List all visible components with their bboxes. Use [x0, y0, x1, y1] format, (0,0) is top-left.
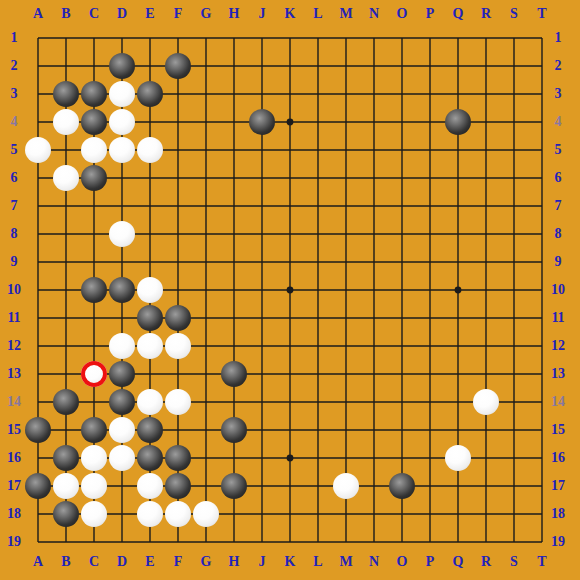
- coord-label-row-left-4: 4: [11, 115, 18, 129]
- black-stone-E15: [137, 417, 163, 443]
- black-stone-O17: [389, 473, 415, 499]
- coord-label-col-top-E: E: [145, 7, 154, 21]
- white-stone-M17: [333, 473, 359, 499]
- black-stone-B3: [53, 81, 79, 107]
- coord-label-col-top-J: J: [259, 7, 266, 21]
- black-stone-H17: [221, 473, 247, 499]
- coord-label-row-left-16: 16: [7, 451, 21, 465]
- coord-label-row-right-2: 2: [555, 59, 562, 73]
- white-stone-R14: [473, 389, 499, 415]
- white-stone-F14: [165, 389, 191, 415]
- white-stone-D3: [109, 81, 135, 107]
- coord-label-col-bottom-B: B: [61, 555, 70, 569]
- coord-label-row-right-16: 16: [551, 451, 565, 465]
- white-stone-B4: [53, 109, 79, 135]
- coord-label-col-bottom-H: H: [229, 555, 240, 569]
- coord-label-col-top-F: F: [174, 7, 183, 21]
- white-stone-E10: [137, 277, 163, 303]
- black-stone-B14: [53, 389, 79, 415]
- black-stone-D13: [109, 361, 135, 387]
- coord-label-col-bottom-O: O: [397, 555, 408, 569]
- coord-label-col-bottom-D: D: [117, 555, 127, 569]
- black-stone-A15: [25, 417, 51, 443]
- coord-label-col-top-M: M: [339, 7, 352, 21]
- black-stone-F17: [165, 473, 191, 499]
- black-stone-C15: [81, 417, 107, 443]
- coord-label-row-right-12: 12: [551, 339, 565, 353]
- coord-label-row-right-3: 3: [555, 87, 562, 101]
- coord-label-row-right-19: 19: [551, 535, 565, 549]
- coord-label-col-bottom-F: F: [174, 555, 183, 569]
- coord-label-row-right-5: 5: [555, 143, 562, 157]
- coord-label-row-left-14: 14: [7, 395, 21, 409]
- coord-label-col-bottom-C: C: [89, 555, 99, 569]
- white-stone-E12: [137, 333, 163, 359]
- coord-label-row-right-9: 9: [555, 255, 562, 269]
- white-stone-G18: [193, 501, 219, 527]
- star-point-K16: [287, 455, 294, 462]
- coord-label-row-left-9: 9: [11, 255, 18, 269]
- coord-label-row-left-19: 19: [7, 535, 21, 549]
- coord-label-col-top-N: N: [369, 7, 379, 21]
- black-stone-H15: [221, 417, 247, 443]
- white-stone-C17: [81, 473, 107, 499]
- coord-label-col-bottom-J: J: [259, 555, 266, 569]
- black-stone-D14: [109, 389, 135, 415]
- coord-label-col-bottom-S: S: [510, 555, 518, 569]
- white-stone-E14: [137, 389, 163, 415]
- coord-label-col-top-K: K: [285, 7, 296, 21]
- coord-label-row-right-18: 18: [551, 507, 565, 521]
- white-stone-E18: [137, 501, 163, 527]
- black-stone-Q4: [445, 109, 471, 135]
- black-stone-F11: [165, 305, 191, 331]
- black-stone-D10: [109, 277, 135, 303]
- coord-label-col-bottom-K: K: [285, 555, 296, 569]
- black-stone-D2: [109, 53, 135, 79]
- coord-label-row-right-17: 17: [551, 479, 565, 493]
- white-stone-D15: [109, 417, 135, 443]
- black-stone-E16: [137, 445, 163, 471]
- black-stone-F16: [165, 445, 191, 471]
- star-point-K10: [287, 287, 294, 294]
- white-stone-D8: [109, 221, 135, 247]
- coord-label-row-right-10: 10: [551, 283, 565, 297]
- coord-label-row-left-2: 2: [11, 59, 18, 73]
- coord-label-col-bottom-P: P: [426, 555, 435, 569]
- black-stone-C4: [81, 109, 107, 135]
- star-point-K4: [287, 119, 294, 126]
- white-stone-C5: [81, 137, 107, 163]
- coord-label-col-bottom-L: L: [313, 555, 322, 569]
- white-stone-E5: [137, 137, 163, 163]
- black-stone-B16: [53, 445, 79, 471]
- coord-label-row-right-6: 6: [555, 171, 562, 185]
- white-stone-A5: [25, 137, 51, 163]
- coord-label-row-right-4: 4: [555, 115, 562, 129]
- coord-label-col-bottom-M: M: [339, 555, 352, 569]
- black-stone-E11: [137, 305, 163, 331]
- white-stone-D12: [109, 333, 135, 359]
- black-stone-B18: [53, 501, 79, 527]
- coord-label-col-bottom-T: T: [537, 555, 546, 569]
- star-point-Q10: [455, 287, 462, 294]
- coord-label-row-right-1: 1: [555, 31, 562, 45]
- coord-label-row-right-13: 13: [551, 367, 565, 381]
- coord-label-row-left-5: 5: [11, 143, 18, 157]
- coord-label-row-left-11: 11: [7, 311, 20, 325]
- white-stone-B6: [53, 165, 79, 191]
- white-stone-C18: [81, 501, 107, 527]
- coord-label-row-left-10: 10: [7, 283, 21, 297]
- coord-label-col-top-R: R: [481, 7, 491, 21]
- coord-label-col-bottom-A: A: [33, 555, 43, 569]
- white-stone-C13-last-move: [81, 361, 107, 387]
- coord-label-col-top-C: C: [89, 7, 99, 21]
- white-stone-D16: [109, 445, 135, 471]
- white-stone-C16: [81, 445, 107, 471]
- coord-label-row-right-8: 8: [555, 227, 562, 241]
- white-stone-Q16: [445, 445, 471, 471]
- coord-label-col-bottom-R: R: [481, 555, 491, 569]
- white-stone-D4: [109, 109, 135, 135]
- coord-label-col-top-A: A: [33, 7, 43, 21]
- coord-label-col-bottom-E: E: [145, 555, 154, 569]
- coord-label-row-left-15: 15: [7, 423, 21, 437]
- coord-label-row-right-14: 14: [551, 395, 565, 409]
- black-stone-C6: [81, 165, 107, 191]
- coord-label-row-left-17: 17: [7, 479, 21, 493]
- coord-label-col-top-G: G: [201, 7, 212, 21]
- black-stone-J4: [249, 109, 275, 135]
- coord-label-col-top-L: L: [313, 7, 322, 21]
- black-stone-F2: [165, 53, 191, 79]
- coord-label-col-top-Q: Q: [453, 7, 464, 21]
- coord-label-row-right-7: 7: [555, 199, 562, 213]
- coord-label-col-top-O: O: [397, 7, 408, 21]
- black-stone-E3: [137, 81, 163, 107]
- coord-label-col-bottom-Q: Q: [453, 555, 464, 569]
- black-stone-A17: [25, 473, 51, 499]
- coord-label-row-left-8: 8: [11, 227, 18, 241]
- coord-label-row-right-11: 11: [551, 311, 564, 325]
- white-stone-E17: [137, 473, 163, 499]
- coord-label-row-left-12: 12: [7, 339, 21, 353]
- coord-label-row-left-18: 18: [7, 507, 21, 521]
- coord-label-row-left-13: 13: [7, 367, 21, 381]
- black-stone-H13: [221, 361, 247, 387]
- coord-label-row-left-7: 7: [11, 199, 18, 213]
- white-stone-B17: [53, 473, 79, 499]
- white-stone-F18: [165, 501, 191, 527]
- go-board[interactable]: AABBCCDDEEFFGGHHJJKKLLMMNNOOPPQQRRSSTT11…: [0, 0, 580, 580]
- white-stone-D5: [109, 137, 135, 163]
- coord-label-row-right-15: 15: [551, 423, 565, 437]
- coord-label-row-left-3: 3: [11, 87, 18, 101]
- coord-label-col-top-S: S: [510, 7, 518, 21]
- coord-label-row-left-6: 6: [11, 171, 18, 185]
- black-stone-C10: [81, 277, 107, 303]
- coord-label-row-left-1: 1: [11, 31, 18, 45]
- coord-label-col-bottom-G: G: [201, 555, 212, 569]
- coord-label-col-top-P: P: [426, 7, 435, 21]
- coord-label-col-top-D: D: [117, 7, 127, 21]
- coord-label-col-top-H: H: [229, 7, 240, 21]
- coord-label-col-top-B: B: [61, 7, 70, 21]
- white-stone-F12: [165, 333, 191, 359]
- coord-label-col-top-T: T: [537, 7, 546, 21]
- black-stone-C3: [81, 81, 107, 107]
- coord-label-col-bottom-N: N: [369, 555, 379, 569]
